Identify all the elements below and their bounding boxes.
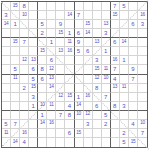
cell-r16c7[interactable]	[56, 138, 65, 147]
cell-r12c16[interactable]	[138, 102, 147, 111]
cell-r10c7[interactable]	[56, 84, 65, 93]
cell-r1c7[interactable]	[56, 2, 65, 11]
cell-r15c3[interactable]: 16	[20, 129, 29, 138]
cell-r5c13[interactable]: 6	[111, 38, 120, 47]
cell-r14c9[interactable]	[75, 120, 84, 129]
cell-r10c14[interactable]: 11	[120, 84, 129, 93]
cell-r2c13[interactable]: 15	[111, 11, 120, 20]
cell-r11c14[interactable]	[120, 93, 129, 102]
cell-r9c2[interactable]: 11	[11, 75, 20, 84]
cell-r2c5[interactable]	[38, 11, 47, 20]
cell-r14c1[interactable]: 5	[2, 120, 11, 129]
cell-r13c3[interactable]	[20, 111, 29, 120]
cell-r6c13[interactable]	[111, 47, 120, 56]
cell-r10c11[interactable]: 8	[93, 84, 102, 93]
sudoku-page: 1587531014715161415915136321516143157111…	[0, 0, 150, 150]
cell-r15c2[interactable]	[11, 129, 20, 138]
cell-r15c7[interactable]	[56, 129, 65, 138]
cell-r12c14[interactable]: 3	[120, 102, 129, 111]
cell-r3c12[interactable]: 13	[102, 20, 111, 29]
cell-r5c3[interactable]: 7	[20, 38, 29, 47]
cell-r14c7[interactable]	[56, 120, 65, 129]
cell-r8c8[interactable]	[65, 65, 74, 74]
cell-r14c10[interactable]: 3	[84, 120, 93, 129]
cell-r11c10[interactable]: 16	[84, 93, 93, 102]
cell-r6c7[interactable]: 13	[56, 47, 65, 56]
cell-r6c16[interactable]	[138, 47, 147, 56]
cell-r5c14[interactable]: 14	[120, 38, 129, 47]
cell-r5c11[interactable]: 13	[93, 38, 102, 47]
cell-r13c13[interactable]	[111, 111, 120, 120]
cell-r2c4[interactable]	[29, 11, 38, 20]
cell-r14c11[interactable]	[93, 120, 102, 129]
cell-r7c9[interactable]	[75, 56, 84, 65]
cell-r12c12[interactable]	[102, 102, 111, 111]
cell-r15c1[interactable]: 11	[2, 129, 11, 138]
cell-r9c4[interactable]: 5	[29, 75, 38, 84]
cell-r8c15[interactable]: 9	[129, 65, 138, 74]
cell-r5c12[interactable]	[102, 38, 111, 47]
cell-r16c1[interactable]	[2, 138, 11, 147]
cell-r6c6[interactable]	[47, 47, 56, 56]
cell-r5c6[interactable]: 1	[47, 38, 56, 47]
cell-r13c4[interactable]	[29, 111, 38, 120]
cell-r7c12[interactable]	[102, 56, 111, 65]
cell-r4c13[interactable]	[111, 29, 120, 38]
cell-r16c3[interactable]: 4	[20, 138, 29, 147]
cell-r12c15[interactable]	[129, 102, 138, 111]
cell-r13c11[interactable]	[93, 111, 102, 120]
cell-r11c12[interactable]: 7	[102, 93, 111, 102]
cell-r13c15[interactable]	[129, 111, 138, 120]
cell-r3c11[interactable]	[93, 20, 102, 29]
cell-r2c15[interactable]	[129, 11, 138, 20]
cell-r4c5[interactable]: 2	[38, 29, 47, 38]
cell-r5c15[interactable]	[129, 38, 138, 47]
cell-r9c11[interactable]: 12	[93, 75, 102, 84]
cell-r4c9[interactable]: 6	[75, 29, 84, 38]
cell-r1c4[interactable]	[29, 2, 38, 11]
cell-r12c8[interactable]: 4	[65, 102, 74, 111]
cell-r8c10[interactable]	[84, 65, 93, 74]
cell-r7c10[interactable]	[84, 56, 93, 65]
cell-r7c5[interactable]	[38, 56, 47, 65]
cell-r3c4[interactable]	[29, 20, 38, 29]
cell-r11c5[interactable]	[38, 93, 47, 102]
cell-r1c6[interactable]	[47, 2, 56, 11]
cell-r16c11[interactable]	[93, 138, 102, 147]
cell-r7c11[interactable]: 3	[93, 56, 102, 65]
cell-r8c16[interactable]	[138, 65, 147, 74]
cell-r14c4[interactable]	[29, 120, 38, 129]
cell-r16c6[interactable]	[47, 138, 56, 147]
cell-r16c10[interactable]	[84, 138, 93, 147]
cell-r13c16[interactable]	[138, 111, 147, 120]
cell-r16c5[interactable]	[38, 138, 47, 147]
cell-r12c10[interactable]	[84, 102, 93, 111]
cell-r6c15[interactable]	[129, 47, 138, 56]
cell-r14c5[interactable]: 14	[38, 120, 47, 129]
cell-r15c15[interactable]	[129, 129, 138, 138]
cell-r4c16[interactable]	[138, 29, 147, 38]
cell-r2c10[interactable]	[84, 11, 93, 20]
cell-r1c3[interactable]: 8	[20, 2, 29, 11]
cell-r13c14[interactable]	[120, 111, 129, 120]
cell-r8c3[interactable]	[20, 65, 29, 74]
cell-r2c8[interactable]: 14	[65, 11, 74, 20]
cell-r10c4[interactable]: 15	[29, 84, 38, 93]
cell-r8c13[interactable]: 7	[111, 65, 120, 74]
cell-r5c10[interactable]	[84, 38, 93, 47]
cell-r11c8[interactable]: 15	[65, 93, 74, 102]
cell-r14c15[interactable]: 4	[129, 120, 138, 129]
cell-r16c15[interactable]: 15	[129, 138, 138, 147]
cell-r15c8[interactable]: 6	[65, 129, 74, 138]
cell-r6c4[interactable]	[29, 47, 38, 56]
cell-r15c13[interactable]	[111, 129, 120, 138]
cell-r10c3[interactable]: 2	[20, 84, 29, 93]
cell-r11c9[interactable]: 1	[75, 93, 84, 102]
cell-r11c16[interactable]	[138, 93, 147, 102]
cell-r9c7[interactable]	[56, 75, 65, 84]
cell-r13c9[interactable]: 10	[75, 111, 84, 120]
cell-r14c8[interactable]	[65, 120, 74, 129]
cell-r16c16[interactable]	[138, 138, 147, 147]
cell-r12c7[interactable]	[56, 102, 65, 111]
cell-r6c14[interactable]	[120, 47, 129, 56]
cell-r10c10[interactable]	[84, 84, 93, 93]
cell-r6c10[interactable]: 6	[84, 47, 93, 56]
cell-r6c2[interactable]	[11, 47, 20, 56]
cell-r4c11[interactable]	[93, 29, 102, 38]
cell-r9c15[interactable]: 7	[129, 75, 138, 84]
cell-r3c3[interactable]	[20, 20, 29, 29]
cell-r6c5[interactable]: 15	[38, 47, 47, 56]
cell-r14c2[interactable]: 7	[11, 120, 20, 129]
cell-r1c1[interactable]	[2, 2, 11, 11]
cell-r8c4[interactable]: 6	[29, 65, 38, 74]
cell-r15c4[interactable]	[29, 129, 38, 138]
cell-r6c12[interactable]: 1	[102, 47, 111, 56]
cell-r3c16[interactable]: 3	[138, 20, 147, 29]
cell-r6c9[interactable]: 5	[75, 47, 84, 56]
cell-r14c6[interactable]: 16	[47, 120, 56, 129]
cell-r10c8[interactable]	[65, 84, 74, 93]
cell-r16c13[interactable]	[111, 138, 120, 147]
cell-r2c14[interactable]	[120, 11, 129, 20]
cell-r14c16[interactable]: 10	[138, 120, 147, 129]
cell-r4c4[interactable]	[29, 29, 38, 38]
cell-r7c1[interactable]	[2, 56, 11, 65]
cell-r1c5[interactable]	[38, 2, 47, 11]
cell-r11c15[interactable]	[129, 93, 138, 102]
cell-r1c10[interactable]	[84, 2, 93, 11]
cell-r10c9[interactable]	[75, 84, 84, 93]
cell-r4c6[interactable]	[47, 29, 56, 38]
cell-r15c16[interactable]: 7	[138, 129, 147, 138]
cell-r7c15[interactable]	[129, 56, 138, 65]
cell-r12c13[interactable]: 8	[111, 102, 120, 111]
cell-r2c3[interactable]: 10	[20, 11, 29, 20]
cell-r6c8[interactable]: 16	[65, 47, 74, 56]
cell-r9c10[interactable]	[84, 75, 93, 84]
cell-r10c15[interactable]	[129, 84, 138, 93]
cell-r11c2[interactable]	[11, 93, 20, 102]
cell-r16c12[interactable]	[102, 138, 111, 147]
cell-r13c1[interactable]	[2, 111, 11, 120]
cell-r5c8[interactable]: 11	[65, 38, 74, 47]
cell-r3c9[interactable]	[75, 20, 84, 29]
cell-r16c4[interactable]	[29, 138, 38, 147]
cell-r15c12[interactable]	[102, 129, 111, 138]
cell-r11c1[interactable]	[2, 93, 11, 102]
cell-r1c14[interactable]: 5	[120, 2, 129, 11]
cell-r1c2[interactable]: 15	[11, 2, 20, 11]
cell-r15c14[interactable]: 2	[120, 129, 129, 138]
cell-r8c1[interactable]	[2, 65, 11, 74]
cell-r12c5[interactable]: 10	[38, 102, 47, 111]
cell-r10c6[interactable]: 14	[47, 84, 56, 93]
cell-r5c1[interactable]	[2, 38, 11, 47]
cell-r4c12[interactable]: 3	[102, 29, 111, 38]
cell-r5c9[interactable]: 9	[75, 38, 84, 47]
cell-r5c16[interactable]	[138, 38, 147, 47]
cell-r6c3[interactable]	[20, 47, 29, 56]
sudoku-board: 1587531014715161415915136321516143157111…	[1, 1, 148, 148]
cell-r4c3[interactable]	[20, 29, 29, 38]
cell-r8c5[interactable]: 8	[38, 65, 47, 74]
cell-r10c2[interactable]	[11, 84, 20, 93]
cell-r3c5[interactable]: 5	[38, 20, 47, 29]
cell-r7c7[interactable]	[56, 56, 65, 65]
cell-r1c9[interactable]	[75, 2, 84, 11]
cell-r7c2[interactable]	[11, 56, 20, 65]
cell-r8c14[interactable]	[120, 65, 129, 74]
cell-r4c15[interactable]	[129, 29, 138, 38]
cell-r15c10[interactable]	[84, 129, 93, 138]
cell-r2c16[interactable]: 16	[138, 11, 147, 20]
cell-r14c13[interactable]	[111, 120, 120, 129]
cell-r8c2[interactable]: 5	[11, 65, 20, 74]
cell-r9c16[interactable]	[138, 75, 147, 84]
cell-r16c9[interactable]	[75, 138, 84, 147]
cell-r10c16[interactable]	[138, 84, 147, 93]
cell-r11c7[interactable]: 12	[56, 93, 65, 102]
cell-r1c12[interactable]	[102, 2, 111, 11]
cell-r10c13[interactable]: 13	[111, 84, 120, 93]
cell-r6c11[interactable]	[93, 47, 102, 56]
cell-r6c1[interactable]	[2, 47, 11, 56]
cell-r15c9[interactable]: 15	[75, 129, 84, 138]
cell-r2c9[interactable]: 7	[75, 11, 84, 20]
cell-r2c1[interactable]: 3	[2, 11, 11, 20]
cell-r16c8[interactable]	[65, 138, 74, 147]
cell-r5c4[interactable]	[29, 38, 38, 47]
cell-r1c11[interactable]	[93, 2, 102, 11]
cell-r12c2[interactable]	[11, 102, 20, 111]
cell-r15c5[interactable]	[38, 129, 47, 138]
cell-r5c5[interactable]	[38, 38, 47, 47]
cell-r10c12[interactable]	[102, 84, 111, 93]
cell-r11c6[interactable]	[47, 93, 56, 102]
sudoku-grid: 1587531014715161415915136321516143157111…	[2, 2, 147, 147]
cell-r9c12[interactable]: 10	[102, 75, 111, 84]
cell-r8c9[interactable]	[75, 65, 84, 74]
cell-r12c11[interactable]: 6	[93, 102, 102, 111]
cell-r3c1[interactable]: 14	[2, 20, 11, 29]
cell-r7c6[interactable]: 6	[47, 56, 56, 65]
cell-r9c3[interactable]	[20, 75, 29, 84]
cell-r8c12[interactable]: 11	[102, 65, 111, 74]
cell-r5c7[interactable]	[56, 38, 65, 47]
cell-r3c15[interactable]: 6	[129, 20, 138, 29]
cell-r15c6[interactable]	[47, 129, 56, 138]
cell-r11c4[interactable]: 3	[29, 93, 38, 102]
cell-r14c14[interactable]	[120, 120, 129, 129]
cell-r12c9[interactable]: 14	[75, 102, 84, 111]
cell-r8c11[interactable]: 15	[93, 65, 102, 74]
cell-r8c6[interactable]: 12	[47, 65, 56, 74]
cell-r3c13[interactable]	[111, 20, 120, 29]
cell-r2c2[interactable]	[11, 11, 20, 20]
cell-r1c15[interactable]	[129, 2, 138, 11]
cell-r3c2[interactable]: 1	[11, 20, 20, 29]
cell-r3c10[interactable]: 15	[84, 20, 93, 29]
cell-r11c3[interactable]	[20, 93, 29, 102]
cell-r12c4[interactable]: 1	[29, 102, 38, 111]
cell-r7c8[interactable]	[65, 56, 74, 65]
cell-r11c11[interactable]	[93, 93, 102, 102]
cell-r7c13[interactable]: 16	[111, 56, 120, 65]
cell-r12c3[interactable]	[20, 102, 29, 111]
cell-r7c4[interactable]: 13	[29, 56, 38, 65]
cell-r14c12[interactable]: 2	[102, 120, 111, 129]
cell-r1c13[interactable]: 7	[111, 2, 120, 11]
cell-r16c14[interactable]: 5	[120, 138, 129, 147]
cell-r3c6[interactable]	[47, 20, 56, 29]
cell-r15c11[interactable]	[93, 129, 102, 138]
cell-r14c3[interactable]	[20, 120, 29, 129]
cell-r7c3[interactable]: 12	[20, 56, 29, 65]
cell-r2c12[interactable]	[102, 11, 111, 20]
cell-r13c10[interactable]: 12	[84, 111, 93, 120]
cell-r12c6[interactable]: 11	[47, 102, 56, 111]
cell-r12c1[interactable]	[2, 102, 11, 111]
cell-r11c13[interactable]	[111, 93, 120, 102]
cell-r1c16[interactable]	[138, 2, 147, 11]
cell-r3c7[interactable]: 9	[56, 20, 65, 29]
cell-r2c6[interactable]	[47, 11, 56, 20]
cell-r3c8[interactable]	[65, 20, 74, 29]
cell-r9c8[interactable]	[65, 75, 74, 84]
cell-r2c11[interactable]	[93, 11, 102, 20]
cell-r10c1[interactable]	[2, 84, 11, 93]
cell-r8c7[interactable]	[56, 65, 65, 74]
cell-r1c8[interactable]	[65, 2, 74, 11]
cell-r10c5[interactable]	[38, 84, 47, 93]
cell-r13c12[interactable]: 5	[102, 111, 111, 120]
cell-r9c5[interactable]: 6	[38, 75, 47, 84]
cell-r7c14[interactable]: 1	[120, 56, 129, 65]
cell-r2c7[interactable]	[56, 11, 65, 20]
cell-r4c14[interactable]	[120, 29, 129, 38]
cell-r9c9[interactable]	[75, 75, 84, 84]
cell-r16c2[interactable]: 14	[11, 138, 20, 147]
cell-r13c6[interactable]	[47, 111, 56, 120]
cell-r9c13[interactable]: 4	[111, 75, 120, 84]
cell-r4c8[interactable]: 1	[65, 29, 74, 38]
cell-r4c1[interactable]	[2, 29, 11, 38]
cell-r13c5[interactable]: 1	[38, 111, 47, 120]
cell-r9c14[interactable]	[120, 75, 129, 84]
cell-r9c6[interactable]: 13	[47, 75, 56, 84]
cell-r4c7[interactable]: 15	[56, 29, 65, 38]
cell-r13c8[interactable]: 8	[65, 111, 74, 120]
cell-r7c16[interactable]	[138, 56, 147, 65]
cell-r4c10[interactable]: 14	[84, 29, 93, 38]
cell-r3c14[interactable]	[120, 20, 129, 29]
cell-r9c1[interactable]	[2, 75, 11, 84]
cell-r13c2[interactable]	[11, 111, 20, 120]
cell-r5c2[interactable]: 15	[11, 38, 20, 47]
cell-r13c7[interactable]: 7	[56, 111, 65, 120]
cell-r4c2[interactable]	[11, 29, 20, 38]
